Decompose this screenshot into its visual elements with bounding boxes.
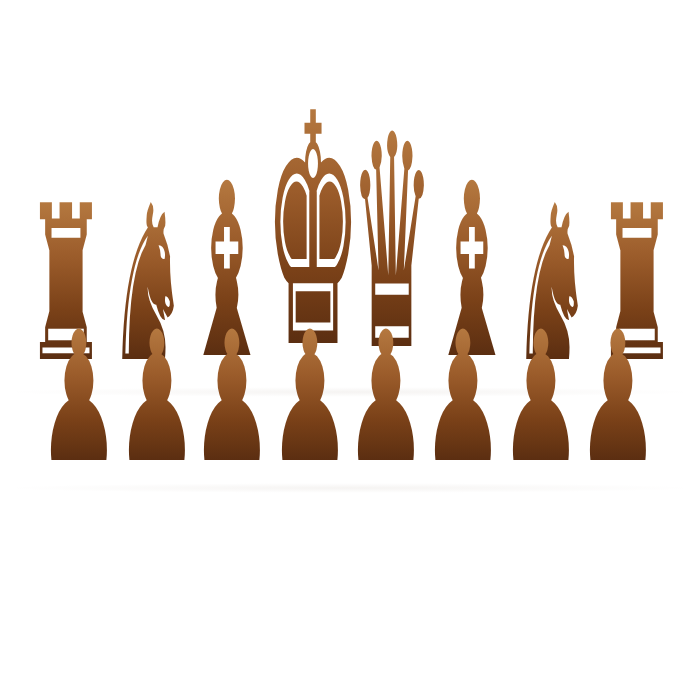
dark-pawn-7-piece: ♟ [499,308,583,488]
dark-pawn-5-piece: ♟ [344,308,428,488]
dark-pawn-3-piece: ♟ [190,308,274,488]
dark-pawn-8-piece: ♟ [576,308,660,488]
dark-pawn-1-piece: ♟ [37,308,121,488]
dark-pawn-2-piece: ♟ [115,308,199,488]
chess-set-photo: ♜ ♞ ♝ ♚ ♛ ♝ ♞ ♜ ♟ ♟ ♟ ♟ ♟ ♟ ♟ ♟ [0,0,700,700]
dark-pawn-6-piece: ♟ [421,308,505,488]
dark-pawn-4-piece: ♟ [268,308,352,488]
